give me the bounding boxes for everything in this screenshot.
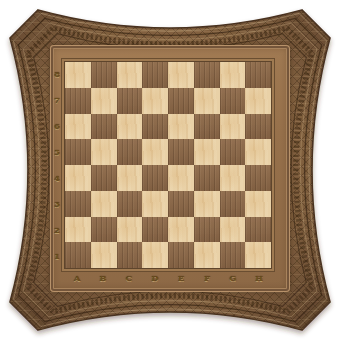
file-label-b: B: [90, 270, 116, 286]
square-c3[interactable]: [117, 191, 143, 217]
square-h8[interactable]: [245, 62, 271, 88]
square-a2[interactable]: [65, 217, 91, 243]
square-e3[interactable]: [168, 191, 194, 217]
square-h4[interactable]: [245, 165, 271, 191]
square-h2[interactable]: [245, 217, 271, 243]
square-f7[interactable]: [194, 88, 220, 114]
square-e2[interactable]: [168, 217, 194, 243]
square-b2[interactable]: [91, 217, 117, 243]
square-b1[interactable]: [91, 242, 117, 268]
square-d4[interactable]: [142, 165, 168, 191]
square-f1[interactable]: [194, 242, 220, 268]
square-g3[interactable]: [220, 191, 246, 217]
square-c4[interactable]: [117, 165, 143, 191]
square-b3[interactable]: [91, 191, 117, 217]
rank-label-5: 5: [50, 139, 64, 165]
square-g5[interactable]: [220, 139, 246, 165]
square-h1[interactable]: [245, 242, 271, 268]
square-a8[interactable]: [65, 62, 91, 88]
rank-label-1: 1: [50, 243, 64, 269]
file-label-c: C: [116, 270, 142, 286]
square-d7[interactable]: [142, 88, 168, 114]
square-b7[interactable]: [91, 88, 117, 114]
square-g4[interactable]: [220, 165, 246, 191]
rank-label-2: 2: [50, 217, 64, 243]
square-e1[interactable]: [168, 242, 194, 268]
file-labels: ABCDEFGH: [64, 270, 272, 286]
square-f2[interactable]: [194, 217, 220, 243]
chessboard-photo: 87654321 ABCDEFGH: [0, 0, 340, 340]
file-label-g: G: [220, 270, 246, 286]
square-a6[interactable]: [65, 114, 91, 140]
square-e5[interactable]: [168, 139, 194, 165]
rank-label-8: 8: [50, 61, 64, 87]
square-d3[interactable]: [142, 191, 168, 217]
square-d6[interactable]: [142, 114, 168, 140]
rank-label-3: 3: [50, 191, 64, 217]
square-c7[interactable]: [117, 88, 143, 114]
square-e7[interactable]: [168, 88, 194, 114]
file-label-f: F: [194, 270, 220, 286]
square-c8[interactable]: [117, 62, 143, 88]
square-c6[interactable]: [117, 114, 143, 140]
square-e6[interactable]: [168, 114, 194, 140]
square-d8[interactable]: [142, 62, 168, 88]
square-g6[interactable]: [220, 114, 246, 140]
square-b8[interactable]: [91, 62, 117, 88]
square-c2[interactable]: [117, 217, 143, 243]
square-f3[interactable]: [194, 191, 220, 217]
square-f8[interactable]: [194, 62, 220, 88]
square-b4[interactable]: [91, 165, 117, 191]
square-h3[interactable]: [245, 191, 271, 217]
file-label-d: D: [142, 270, 168, 286]
file-label-e: E: [168, 270, 194, 286]
rank-label-4: 4: [50, 165, 64, 191]
square-h5[interactable]: [245, 139, 271, 165]
file-label-h: H: [246, 270, 272, 286]
square-g2[interactable]: [220, 217, 246, 243]
square-a1[interactable]: [65, 242, 91, 268]
file-label-a: A: [64, 270, 90, 286]
square-h7[interactable]: [245, 88, 271, 114]
square-f6[interactable]: [194, 114, 220, 140]
square-b6[interactable]: [91, 114, 117, 140]
square-e8[interactable]: [168, 62, 194, 88]
square-f4[interactable]: [194, 165, 220, 191]
square-a3[interactable]: [65, 191, 91, 217]
square-h6[interactable]: [245, 114, 271, 140]
square-e4[interactable]: [168, 165, 194, 191]
square-d2[interactable]: [142, 217, 168, 243]
square-d1[interactable]: [142, 242, 168, 268]
square-a5[interactable]: [65, 139, 91, 165]
rank-labels: 87654321: [50, 61, 64, 269]
board-grid: [64, 61, 272, 269]
square-d5[interactable]: [142, 139, 168, 165]
square-a7[interactable]: [65, 88, 91, 114]
rank-label-6: 6: [50, 113, 64, 139]
rank-label-7: 7: [50, 87, 64, 113]
square-g7[interactable]: [220, 88, 246, 114]
square-a4[interactable]: [65, 165, 91, 191]
square-b5[interactable]: [91, 139, 117, 165]
square-f5[interactable]: [194, 139, 220, 165]
square-g8[interactable]: [220, 62, 246, 88]
square-c1[interactable]: [117, 242, 143, 268]
square-c5[interactable]: [117, 139, 143, 165]
square-g1[interactable]: [220, 242, 246, 268]
